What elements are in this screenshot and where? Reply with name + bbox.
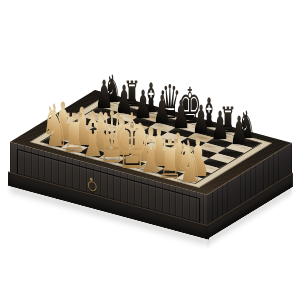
black-pawn-h7[interactable]: ♟	[223, 116, 254, 151]
white-knight-h1[interactable]: ♞	[166, 140, 213, 192]
chess-set-photo: ♞♜♝♛♚♝♜♞♟♟♟♟♟♟♟♟♟♟♟♟♟♟♟♟♞♜♝♛♚♝♜♞	[0, 0, 300, 300]
drawer-ring-pull-icon[interactable]	[87, 177, 96, 192]
pull-ring	[88, 180, 97, 192]
